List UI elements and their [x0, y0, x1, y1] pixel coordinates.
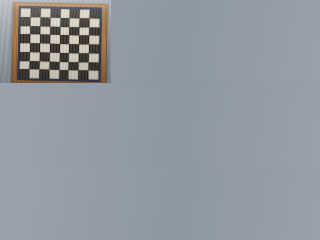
square-f7[interactable] [70, 18, 80, 27]
square-a4[interactable] [20, 43, 30, 52]
square-f2[interactable] [69, 62, 79, 71]
square-a6[interactable] [20, 26, 30, 35]
square-b4[interactable] [30, 43, 40, 52]
square-a3[interactable] [20, 52, 30, 61]
square-g8[interactable] [80, 9, 90, 18]
square-b7[interactable] [30, 17, 40, 26]
square-c8[interactable] [40, 9, 50, 18]
square-e6[interactable] [60, 26, 70, 35]
square-d5[interactable] [50, 35, 60, 44]
square-h6[interactable] [89, 27, 99, 36]
square-b2[interactable] [29, 61, 39, 70]
square-d6[interactable] [50, 26, 60, 35]
square-d4[interactable] [50, 44, 60, 53]
square-g7[interactable] [80, 18, 90, 27]
square-h4[interactable] [89, 45, 99, 54]
square-e7[interactable] [60, 18, 70, 27]
square-g3[interactable] [79, 53, 89, 62]
square-g2[interactable] [79, 62, 89, 71]
square-b1[interactable] [29, 70, 39, 79]
square-g6[interactable] [80, 27, 90, 36]
square-d1[interactable] [49, 70, 59, 79]
square-c5[interactable] [40, 35, 50, 44]
square-e4[interactable] [59, 44, 69, 53]
square-e5[interactable] [60, 35, 70, 44]
square-a8[interactable] [21, 8, 31, 17]
square-a5[interactable] [20, 34, 30, 43]
square-h3[interactable] [89, 53, 99, 62]
square-f3[interactable] [69, 53, 79, 62]
square-f1[interactable] [69, 70, 79, 79]
square-b5[interactable] [30, 35, 40, 44]
square-h8[interactable] [90, 10, 100, 19]
square-c7[interactable] [40, 17, 50, 26]
square-g5[interactable] [79, 36, 89, 45]
square-d2[interactable] [49, 61, 59, 70]
square-c3[interactable] [40, 52, 50, 61]
square-a7[interactable] [21, 17, 31, 26]
square-f8[interactable] [70, 9, 80, 18]
square-f5[interactable] [70, 35, 80, 44]
square-a1[interactable] [19, 69, 29, 78]
square-f6[interactable] [70, 27, 80, 36]
square-g4[interactable] [79, 44, 89, 53]
square-c2[interactable] [39, 61, 49, 70]
square-a2[interactable] [20, 61, 30, 70]
square-d7[interactable] [50, 18, 60, 27]
square-e3[interactable] [59, 53, 69, 62]
square-c4[interactable] [40, 44, 50, 53]
square-h2[interactable] [89, 62, 99, 71]
chessboard [19, 8, 99, 80]
board-border [17, 6, 102, 82]
square-f4[interactable] [69, 44, 79, 53]
square-d8[interactable] [50, 9, 60, 18]
square-h5[interactable] [89, 36, 99, 45]
square-h1[interactable] [89, 71, 99, 80]
square-g1[interactable] [79, 71, 89, 80]
square-e8[interactable] [60, 9, 70, 18]
square-b8[interactable] [31, 8, 41, 17]
square-c6[interactable] [40, 26, 50, 35]
square-d3[interactable] [49, 53, 59, 62]
square-b6[interactable] [30, 26, 40, 35]
square-e2[interactable] [59, 61, 69, 70]
chessboard-frame [11, 2, 108, 83]
square-b3[interactable] [30, 52, 40, 61]
square-c1[interactable] [39, 70, 49, 79]
square-e1[interactable] [59, 70, 69, 79]
square-h7[interactable] [90, 18, 100, 27]
